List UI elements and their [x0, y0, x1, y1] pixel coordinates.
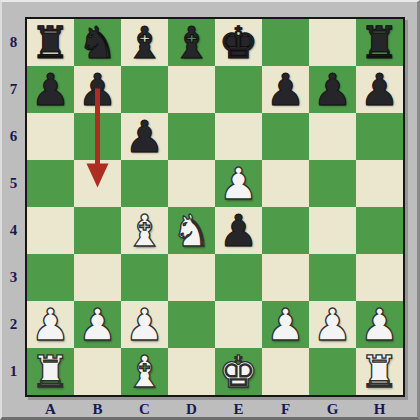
- white-bishop-c1[interactable]: ♝: [125, 348, 164, 395]
- square-f6[interactable]: [262, 113, 309, 160]
- white-pawn-b2[interactable]: ♟: [78, 301, 117, 348]
- file-labels: ABCDEFGH: [27, 400, 403, 420]
- black-bishop-d8[interactable]: ♝: [172, 19, 211, 66]
- square-g1[interactable]: [309, 348, 356, 395]
- square-h8[interactable]: ♜: [356, 19, 403, 66]
- board-frame: 87654321 ♜♞♝♝♚♜♟♟♟♟♟♟♟♝♞♟♟♟♟♟♟♟♜♝♚♜ ABCD…: [0, 0, 420, 420]
- square-c5[interactable]: [121, 160, 168, 207]
- square-h3[interactable]: [356, 254, 403, 301]
- rank-label-7: 7: [2, 66, 25, 113]
- square-e7[interactable]: [215, 66, 262, 113]
- white-pawn-c2[interactable]: ♟: [125, 301, 164, 348]
- file-label-b: B: [74, 400, 121, 420]
- square-d8[interactable]: ♝: [168, 19, 215, 66]
- square-g6[interactable]: [309, 113, 356, 160]
- file-label-f: F: [262, 400, 309, 420]
- rank-label-1: 1: [2, 348, 25, 395]
- square-c1[interactable]: ♝: [121, 348, 168, 395]
- rank-label-3: 3: [2, 254, 25, 301]
- square-a1[interactable]: ♜: [27, 348, 74, 395]
- square-e5[interactable]: ♟: [215, 160, 262, 207]
- rank-label-6: 6: [2, 113, 25, 160]
- black-pawn-b7[interactable]: ♟: [78, 66, 117, 113]
- white-pawn-e5[interactable]: ♟: [219, 160, 258, 207]
- square-d6[interactable]: [168, 113, 215, 160]
- square-a4[interactable]: [27, 207, 74, 254]
- file-label-g: G: [309, 400, 356, 420]
- square-c8[interactable]: ♝: [121, 19, 168, 66]
- square-e3[interactable]: [215, 254, 262, 301]
- square-b1[interactable]: [74, 348, 121, 395]
- black-pawn-c6[interactable]: ♟: [125, 113, 164, 160]
- square-g7[interactable]: ♟: [309, 66, 356, 113]
- rank-label-5: 5: [2, 160, 25, 207]
- square-c7[interactable]: [121, 66, 168, 113]
- white-rook-h1[interactable]: ♜: [360, 348, 399, 395]
- square-c4[interactable]: ♝: [121, 207, 168, 254]
- white-rook-a1[interactable]: ♜: [31, 348, 70, 395]
- square-f8[interactable]: [262, 19, 309, 66]
- square-e4[interactable]: ♟: [215, 207, 262, 254]
- white-pawn-h2[interactable]: ♟: [360, 301, 399, 348]
- square-d3[interactable]: [168, 254, 215, 301]
- rank-label-4: 4: [2, 207, 25, 254]
- square-f1[interactable]: [262, 348, 309, 395]
- square-h5[interactable]: [356, 160, 403, 207]
- square-a7[interactable]: ♟: [27, 66, 74, 113]
- black-king-e8[interactable]: ♚: [219, 19, 258, 66]
- file-label-d: D: [168, 400, 215, 420]
- square-a5[interactable]: [27, 160, 74, 207]
- square-a3[interactable]: [27, 254, 74, 301]
- black-pawn-f7[interactable]: ♟: [266, 66, 305, 113]
- black-pawn-e4[interactable]: ♟: [219, 207, 258, 254]
- chess-board[interactable]: ♜♞♝♝♚♜♟♟♟♟♟♟♟♝♞♟♟♟♟♟♟♟♜♝♚♜: [25, 17, 405, 397]
- white-king-e1[interactable]: ♚: [219, 348, 258, 395]
- square-c6[interactable]: ♟: [121, 113, 168, 160]
- file-label-c: C: [121, 400, 168, 420]
- black-bishop-c8[interactable]: ♝: [125, 19, 164, 66]
- square-d7[interactable]: [168, 66, 215, 113]
- square-h6[interactable]: [356, 113, 403, 160]
- square-g4[interactable]: [309, 207, 356, 254]
- black-pawn-h7[interactable]: ♟: [360, 66, 399, 113]
- white-pawn-f2[interactable]: ♟: [266, 301, 305, 348]
- square-e8[interactable]: ♚: [215, 19, 262, 66]
- square-a2[interactable]: ♟: [27, 301, 74, 348]
- black-pawn-a7[interactable]: ♟: [31, 66, 70, 113]
- square-a8[interactable]: ♜: [27, 19, 74, 66]
- black-pawn-g7[interactable]: ♟: [313, 66, 352, 113]
- square-g3[interactable]: [309, 254, 356, 301]
- square-c2[interactable]: ♟: [121, 301, 168, 348]
- square-b4[interactable]: [74, 207, 121, 254]
- square-e1[interactable]: ♚: [215, 348, 262, 395]
- square-h7[interactable]: ♟: [356, 66, 403, 113]
- file-label-e: E: [215, 400, 262, 420]
- rank-label-8: 8: [2, 19, 25, 66]
- square-b5[interactable]: [74, 160, 121, 207]
- square-b8[interactable]: ♞: [74, 19, 121, 66]
- square-a6[interactable]: [27, 113, 74, 160]
- square-f7[interactable]: ♟: [262, 66, 309, 113]
- square-b7[interactable]: ♟: [74, 66, 121, 113]
- square-e2[interactable]: [215, 301, 262, 348]
- square-c3[interactable]: [121, 254, 168, 301]
- square-g2[interactable]: ♟: [309, 301, 356, 348]
- square-g8[interactable]: [309, 19, 356, 66]
- black-knight-b8[interactable]: ♞: [78, 19, 117, 66]
- rank-label-2: 2: [2, 301, 25, 348]
- square-d4[interactable]: ♞: [168, 207, 215, 254]
- square-f3[interactable]: [262, 254, 309, 301]
- black-rook-a8[interactable]: ♜: [31, 19, 70, 66]
- square-f4[interactable]: [262, 207, 309, 254]
- square-b6[interactable]: [74, 113, 121, 160]
- square-d1[interactable]: [168, 348, 215, 395]
- square-b2[interactable]: ♟: [74, 301, 121, 348]
- square-b3[interactable]: [74, 254, 121, 301]
- square-d2[interactable]: [168, 301, 215, 348]
- white-pawn-a2[interactable]: ♟: [31, 301, 70, 348]
- square-e6[interactable]: [215, 113, 262, 160]
- file-label-a: A: [27, 400, 74, 420]
- square-h2[interactable]: ♟: [356, 301, 403, 348]
- square-g5[interactable]: [309, 160, 356, 207]
- square-f5[interactable]: [262, 160, 309, 207]
- square-h1[interactable]: ♜: [356, 348, 403, 395]
- rank-labels: 87654321: [2, 19, 25, 395]
- white-bishop-c4[interactable]: ♝: [125, 207, 164, 254]
- square-f2[interactable]: ♟: [262, 301, 309, 348]
- white-knight-d4[interactable]: ♞: [172, 207, 211, 254]
- black-rook-h8[interactable]: ♜: [360, 19, 399, 66]
- file-label-h: H: [356, 400, 403, 420]
- white-pawn-g2[interactable]: ♟: [313, 301, 352, 348]
- square-h4[interactable]: [356, 207, 403, 254]
- square-d5[interactable]: [168, 160, 215, 207]
